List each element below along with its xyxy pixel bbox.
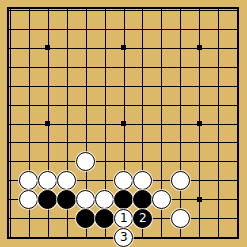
intersection[interactable] <box>190 114 209 133</box>
black-stone <box>95 209 114 228</box>
intersection[interactable] <box>228 152 247 171</box>
intersection[interactable] <box>38 38 57 57</box>
intersection[interactable] <box>76 19 95 38</box>
intersection[interactable] <box>38 114 57 133</box>
intersection[interactable] <box>114 171 133 190</box>
intersection[interactable] <box>152 95 171 114</box>
intersection[interactable] <box>171 209 190 228</box>
intersection[interactable] <box>190 19 209 38</box>
intersection[interactable] <box>76 76 95 95</box>
intersection[interactable] <box>1 57 20 76</box>
intersection[interactable] <box>19 57 38 76</box>
intersection[interactable] <box>228 1 247 20</box>
intersection[interactable] <box>190 95 209 114</box>
intersection[interactable] <box>133 19 152 38</box>
intersection[interactable] <box>171 57 190 76</box>
intersection[interactable] <box>228 19 247 38</box>
intersection[interactable] <box>228 209 247 228</box>
intersection[interactable] <box>152 76 171 95</box>
intersection[interactable] <box>152 57 171 76</box>
white-stone <box>19 171 38 190</box>
white-stone <box>76 190 95 209</box>
intersection[interactable] <box>1 19 20 38</box>
intersection[interactable]: 3 <box>114 228 133 247</box>
intersection[interactable] <box>95 228 114 247</box>
intersection[interactable] <box>228 190 247 209</box>
intersection[interactable] <box>190 171 209 190</box>
intersection[interactable] <box>38 228 57 247</box>
intersection[interactable] <box>152 190 171 209</box>
white-stone <box>114 171 133 190</box>
black-stone: 2 <box>133 209 152 228</box>
intersection[interactable] <box>190 38 209 57</box>
intersection[interactable] <box>209 228 228 247</box>
intersection[interactable] <box>57 152 76 171</box>
white-stone <box>19 190 38 209</box>
white-stone <box>171 171 190 190</box>
intersection[interactable] <box>19 38 38 57</box>
intersection[interactable] <box>38 19 57 38</box>
intersection[interactable] <box>114 95 133 114</box>
intersection[interactable] <box>209 190 228 209</box>
white-stone <box>57 171 76 190</box>
intersection[interactable] <box>190 209 209 228</box>
intersection[interactable] <box>95 133 114 152</box>
intersection[interactable] <box>133 190 152 209</box>
intersection[interactable] <box>114 1 133 20</box>
black-stone <box>57 190 76 209</box>
move-number: 3 <box>120 229 128 246</box>
move-number: 2 <box>139 210 147 227</box>
intersection[interactable] <box>114 152 133 171</box>
intersection[interactable] <box>38 76 57 95</box>
intersection[interactable] <box>209 171 228 190</box>
intersection[interactable] <box>152 152 171 171</box>
intersection[interactable] <box>152 133 171 152</box>
intersection[interactable] <box>190 152 209 171</box>
intersection[interactable] <box>57 76 76 95</box>
intersection[interactable] <box>171 190 190 209</box>
intersection[interactable] <box>114 76 133 95</box>
intersection[interactable] <box>114 19 133 38</box>
intersection[interactable] <box>76 57 95 76</box>
black-stone <box>114 190 133 209</box>
intersection[interactable]: 2 <box>133 209 152 228</box>
intersection[interactable] <box>95 57 114 76</box>
intersection[interactable] <box>19 209 38 228</box>
intersection[interactable] <box>152 38 171 57</box>
intersection[interactable] <box>209 76 228 95</box>
intersection[interactable] <box>1 209 20 228</box>
intersection[interactable] <box>171 133 190 152</box>
intersection[interactable] <box>38 152 57 171</box>
intersection[interactable] <box>38 209 57 228</box>
intersection[interactable] <box>57 190 76 209</box>
intersection[interactable] <box>228 171 247 190</box>
intersection[interactable] <box>95 95 114 114</box>
intersection[interactable] <box>228 95 247 114</box>
intersection[interactable] <box>95 209 114 228</box>
intersection[interactable] <box>228 133 247 152</box>
intersection[interactable] <box>57 57 76 76</box>
intersection[interactable] <box>133 95 152 114</box>
intersection[interactable] <box>76 1 95 20</box>
intersection[interactable] <box>19 95 38 114</box>
intersection[interactable] <box>57 133 76 152</box>
intersection[interactable] <box>57 19 76 38</box>
go-board-diagram: 123 <box>0 0 247 247</box>
white-stone <box>152 190 171 209</box>
intersection[interactable] <box>57 171 76 190</box>
intersection[interactable] <box>1 171 20 190</box>
intersection[interactable] <box>19 190 38 209</box>
intersection[interactable] <box>57 38 76 57</box>
intersection[interactable] <box>19 133 38 152</box>
intersection[interactable] <box>209 114 228 133</box>
intersection[interactable] <box>95 38 114 57</box>
intersection[interactable] <box>76 171 95 190</box>
white-stone <box>171 209 190 228</box>
intersection[interactable] <box>76 133 95 152</box>
intersection[interactable] <box>76 38 95 57</box>
intersection[interactable] <box>38 57 57 76</box>
intersection[interactable] <box>114 133 133 152</box>
intersection[interactable] <box>133 152 152 171</box>
intersection[interactable] <box>133 133 152 152</box>
intersection[interactable] <box>38 133 57 152</box>
intersection[interactable]: 1 <box>114 209 133 228</box>
intersection[interactable] <box>57 95 76 114</box>
white-stone <box>76 152 95 171</box>
intersection[interactable] <box>95 76 114 95</box>
intersection[interactable] <box>76 95 95 114</box>
intersection[interactable] <box>171 19 190 38</box>
intersection[interactable] <box>76 209 95 228</box>
intersection[interactable] <box>209 95 228 114</box>
intersection[interactable] <box>57 1 76 20</box>
intersection[interactable] <box>152 171 171 190</box>
black-stone <box>133 190 152 209</box>
intersection[interactable] <box>95 152 114 171</box>
black-stone <box>38 190 57 209</box>
intersection[interactable] <box>76 228 95 247</box>
intersection[interactable] <box>171 171 190 190</box>
intersection[interactable] <box>57 209 76 228</box>
intersection[interactable] <box>95 171 114 190</box>
intersection[interactable] <box>171 1 190 20</box>
board-grid: 123 <box>1 1 247 247</box>
intersection[interactable] <box>171 114 190 133</box>
intersection[interactable] <box>209 38 228 57</box>
intersection[interactable] <box>1 133 20 152</box>
intersection[interactable] <box>133 57 152 76</box>
intersection[interactable] <box>152 114 171 133</box>
intersection[interactable] <box>152 209 171 228</box>
intersection[interactable] <box>133 171 152 190</box>
intersection[interactable] <box>1 38 20 57</box>
intersection[interactable] <box>95 190 114 209</box>
intersection[interactable] <box>38 171 57 190</box>
white-stone: 1 <box>114 209 133 228</box>
intersection[interactable] <box>190 133 209 152</box>
intersection[interactable] <box>114 114 133 133</box>
intersection[interactable] <box>209 209 228 228</box>
intersection[interactable] <box>95 114 114 133</box>
intersection[interactable] <box>171 95 190 114</box>
intersection[interactable] <box>228 114 247 133</box>
intersection[interactable] <box>1 114 20 133</box>
intersection[interactable] <box>190 190 209 209</box>
intersection[interactable] <box>190 228 209 247</box>
intersection[interactable] <box>190 57 209 76</box>
intersection[interactable] <box>152 19 171 38</box>
intersection[interactable] <box>228 38 247 57</box>
intersection[interactable] <box>19 19 38 38</box>
intersection[interactable] <box>209 133 228 152</box>
intersection[interactable] <box>171 76 190 95</box>
intersection[interactable] <box>19 228 38 247</box>
intersection[interactable] <box>133 114 152 133</box>
intersection[interactable] <box>133 38 152 57</box>
intersection[interactable] <box>171 38 190 57</box>
move-number: 1 <box>120 210 128 227</box>
intersection[interactable] <box>19 152 38 171</box>
intersection[interactable] <box>95 1 114 20</box>
intersection[interactable] <box>19 76 38 95</box>
intersection[interactable] <box>114 57 133 76</box>
intersection[interactable] <box>190 1 209 20</box>
intersection[interactable] <box>228 228 247 247</box>
intersection[interactable] <box>38 190 57 209</box>
intersection[interactable] <box>1 190 20 209</box>
intersection[interactable] <box>133 228 152 247</box>
white-stone <box>38 171 57 190</box>
intersection[interactable] <box>171 152 190 171</box>
intersection[interactable] <box>95 19 114 38</box>
intersection[interactable] <box>209 152 228 171</box>
intersection[interactable] <box>38 95 57 114</box>
intersection[interactable] <box>19 1 38 20</box>
intersection[interactable] <box>1 95 20 114</box>
intersection[interactable] <box>1 152 20 171</box>
intersection[interactable] <box>152 1 171 20</box>
intersection[interactable] <box>114 38 133 57</box>
black-stone <box>76 209 95 228</box>
intersection[interactable] <box>209 19 228 38</box>
white-stone <box>95 190 114 209</box>
intersection[interactable] <box>1 228 20 247</box>
intersection[interactable] <box>57 114 76 133</box>
white-stone <box>133 171 152 190</box>
intersection[interactable] <box>19 114 38 133</box>
intersection[interactable] <box>152 228 171 247</box>
intersection[interactable] <box>38 1 57 20</box>
intersection[interactable] <box>76 190 95 209</box>
intersection[interactable] <box>1 1 20 20</box>
intersection[interactable] <box>133 76 152 95</box>
intersection[interactable] <box>19 171 38 190</box>
intersection[interactable] <box>209 1 228 20</box>
intersection[interactable] <box>228 57 247 76</box>
intersection[interactable] <box>76 114 95 133</box>
intersection[interactable] <box>76 152 95 171</box>
intersection[interactable] <box>209 57 228 76</box>
intersection[interactable] <box>228 76 247 95</box>
intersection[interactable] <box>57 228 76 247</box>
intersection[interactable] <box>1 76 20 95</box>
intersection[interactable] <box>171 228 190 247</box>
intersection[interactable] <box>190 76 209 95</box>
white-stone: 3 <box>114 228 133 247</box>
intersection[interactable] <box>114 190 133 209</box>
intersection[interactable] <box>133 1 152 20</box>
